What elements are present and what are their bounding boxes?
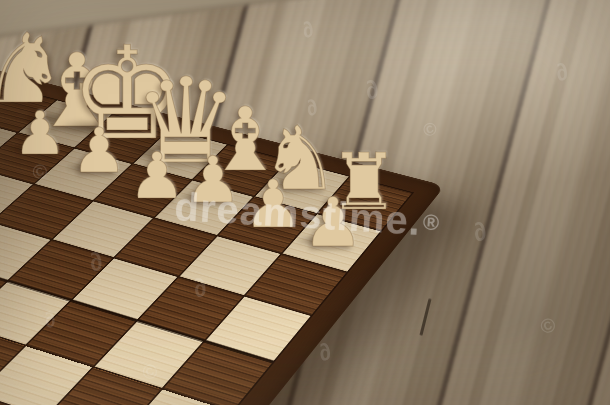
piece-white-pawn-a2: ♟	[333, 243, 394, 311]
watermark-registered-icon: ®	[422, 209, 441, 235]
chess-photo: ©∂∂©∂∂∂©∂∂©∂∂ ♞♝♚♟♛♝♟♞♟♟♜♟♟ dreamstime.®	[0, 0, 610, 405]
